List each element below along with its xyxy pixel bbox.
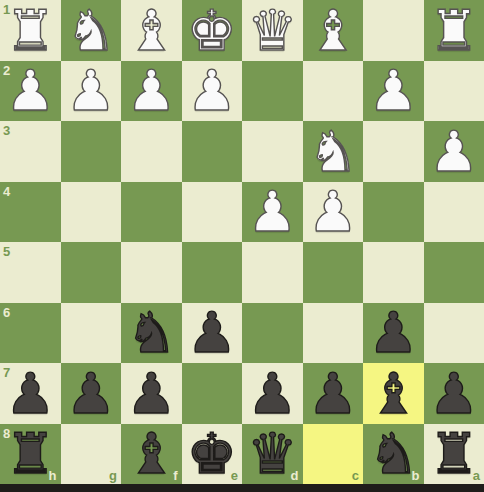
- piece-white-pawn[interactable]: ♟: [61, 61, 122, 122]
- piece-black-pawn[interactable]: ♟: [121, 363, 182, 424]
- square-h7[interactable]: 7♟: [0, 363, 61, 424]
- piece-white-knight[interactable]: ♞: [61, 0, 122, 61]
- square-f2[interactable]: ♟: [121, 61, 182, 122]
- piece-white-pawn[interactable]: ♟: [303, 182, 364, 243]
- square-e2[interactable]: ♟: [182, 61, 243, 122]
- square-b6[interactable]: ♟: [363, 303, 424, 364]
- square-d4[interactable]: ♟: [242, 182, 303, 243]
- square-c4[interactable]: ♟: [303, 182, 364, 243]
- square-g6[interactable]: [61, 303, 122, 364]
- piece-black-pawn[interactable]: ♟: [242, 363, 303, 424]
- square-c3[interactable]: ♞: [303, 121, 364, 182]
- square-d7[interactable]: ♟: [242, 363, 303, 424]
- rank-label-3: 3: [3, 124, 10, 137]
- square-h6[interactable]: 6: [0, 303, 61, 364]
- square-g7[interactable]: ♟: [61, 363, 122, 424]
- square-a4[interactable]: [424, 182, 484, 243]
- piece-black-pawn[interactable]: ♟: [61, 363, 122, 424]
- piece-black-bishop[interactable]: ♝: [121, 424, 182, 485]
- file-label-c: c: [352, 469, 359, 482]
- square-a8[interactable]: a♜: [424, 424, 484, 485]
- square-e8[interactable]: e♚: [182, 424, 243, 485]
- square-d6[interactable]: [242, 303, 303, 364]
- square-a2[interactable]: [424, 61, 484, 122]
- piece-black-pawn[interactable]: ♟: [303, 363, 364, 424]
- piece-white-pawn[interactable]: ♟: [121, 61, 182, 122]
- piece-white-pawn[interactable]: ♟: [363, 61, 424, 122]
- chess-board: 1♜♞♝♚♛♝♜2♟♟♟♟♟3♞♟4♟♟56♞♟♟7♟♟♟♟♟♝♟8h♜gf♝e…: [0, 0, 484, 484]
- square-f7[interactable]: ♟: [121, 363, 182, 424]
- square-h4[interactable]: 4: [0, 182, 61, 243]
- square-c2[interactable]: [303, 61, 364, 122]
- square-b1[interactable]: [363, 0, 424, 61]
- rank-label-4: 4: [3, 185, 10, 198]
- square-f4[interactable]: [121, 182, 182, 243]
- square-c7[interactable]: ♟: [303, 363, 364, 424]
- square-g3[interactable]: [61, 121, 122, 182]
- square-d8[interactable]: d♛: [242, 424, 303, 485]
- piece-white-rook[interactable]: ♜: [424, 0, 484, 61]
- square-f8[interactable]: f♝: [121, 424, 182, 485]
- square-c5[interactable]: [303, 242, 364, 303]
- square-c8[interactable]: c: [303, 424, 364, 485]
- square-f5[interactable]: [121, 242, 182, 303]
- rank-label-5: 5: [3, 245, 10, 258]
- piece-white-bishop[interactable]: ♝: [303, 0, 364, 61]
- square-g8[interactable]: g: [61, 424, 122, 485]
- square-h1[interactable]: 1♜: [0, 0, 61, 61]
- square-d2[interactable]: [242, 61, 303, 122]
- piece-black-pawn[interactable]: ♟: [182, 303, 243, 364]
- piece-black-knight[interactable]: ♞: [363, 424, 424, 485]
- piece-white-pawn[interactable]: ♟: [182, 61, 243, 122]
- square-a1[interactable]: ♜: [424, 0, 484, 61]
- square-d1[interactable]: ♛: [242, 0, 303, 61]
- file-label-g: g: [109, 469, 117, 482]
- square-b5[interactable]: [363, 242, 424, 303]
- rank-label-6: 6: [3, 306, 10, 319]
- square-h2[interactable]: 2♟: [0, 61, 61, 122]
- piece-black-knight[interactable]: ♞: [121, 303, 182, 364]
- piece-white-pawn[interactable]: ♟: [0, 61, 61, 122]
- square-a7[interactable]: ♟: [424, 363, 484, 424]
- square-g2[interactable]: ♟: [61, 61, 122, 122]
- piece-black-bishop[interactable]: ♝: [363, 363, 424, 424]
- square-c1[interactable]: ♝: [303, 0, 364, 61]
- square-b4[interactable]: [363, 182, 424, 243]
- piece-black-king[interactable]: ♚: [182, 424, 243, 485]
- square-e1[interactable]: ♚: [182, 0, 243, 61]
- piece-black-pawn[interactable]: ♟: [363, 303, 424, 364]
- square-c6[interactable]: [303, 303, 364, 364]
- square-h8[interactable]: 8h♜: [0, 424, 61, 485]
- square-b8[interactable]: b♞: [363, 424, 424, 485]
- square-f3[interactable]: [121, 121, 182, 182]
- square-e7[interactable]: [182, 363, 243, 424]
- piece-white-rook[interactable]: ♜: [0, 0, 61, 61]
- square-g4[interactable]: [61, 182, 122, 243]
- square-b7[interactable]: ♝: [363, 363, 424, 424]
- square-g5[interactable]: [61, 242, 122, 303]
- square-f6[interactable]: ♞: [121, 303, 182, 364]
- piece-white-pawn[interactable]: ♟: [242, 182, 303, 243]
- square-b3[interactable]: [363, 121, 424, 182]
- piece-white-pawn[interactable]: ♟: [424, 121, 484, 182]
- piece-white-bishop[interactable]: ♝: [121, 0, 182, 61]
- square-h5[interactable]: 5: [0, 242, 61, 303]
- square-a5[interactable]: [424, 242, 484, 303]
- piece-black-queen[interactable]: ♛: [242, 424, 303, 485]
- piece-white-knight[interactable]: ♞: [303, 121, 364, 182]
- square-h3[interactable]: 3: [0, 121, 61, 182]
- square-f1[interactable]: ♝: [121, 0, 182, 61]
- square-a6[interactable]: [424, 303, 484, 364]
- square-e5[interactable]: [182, 242, 243, 303]
- piece-black-pawn[interactable]: ♟: [0, 363, 61, 424]
- square-e6[interactable]: ♟: [182, 303, 243, 364]
- piece-white-queen[interactable]: ♛: [242, 0, 303, 61]
- square-e4[interactable]: [182, 182, 243, 243]
- square-b2[interactable]: ♟: [363, 61, 424, 122]
- square-e3[interactable]: [182, 121, 243, 182]
- square-d3[interactable]: [242, 121, 303, 182]
- square-d5[interactable]: [242, 242, 303, 303]
- piece-white-king[interactable]: ♚: [182, 0, 243, 61]
- piece-black-rook[interactable]: ♜: [0, 424, 61, 485]
- square-a3[interactable]: ♟: [424, 121, 484, 182]
- square-g1[interactable]: ♞: [61, 0, 122, 61]
- piece-black-pawn[interactable]: ♟: [424, 363, 484, 424]
- piece-black-rook[interactable]: ♜: [424, 424, 484, 485]
